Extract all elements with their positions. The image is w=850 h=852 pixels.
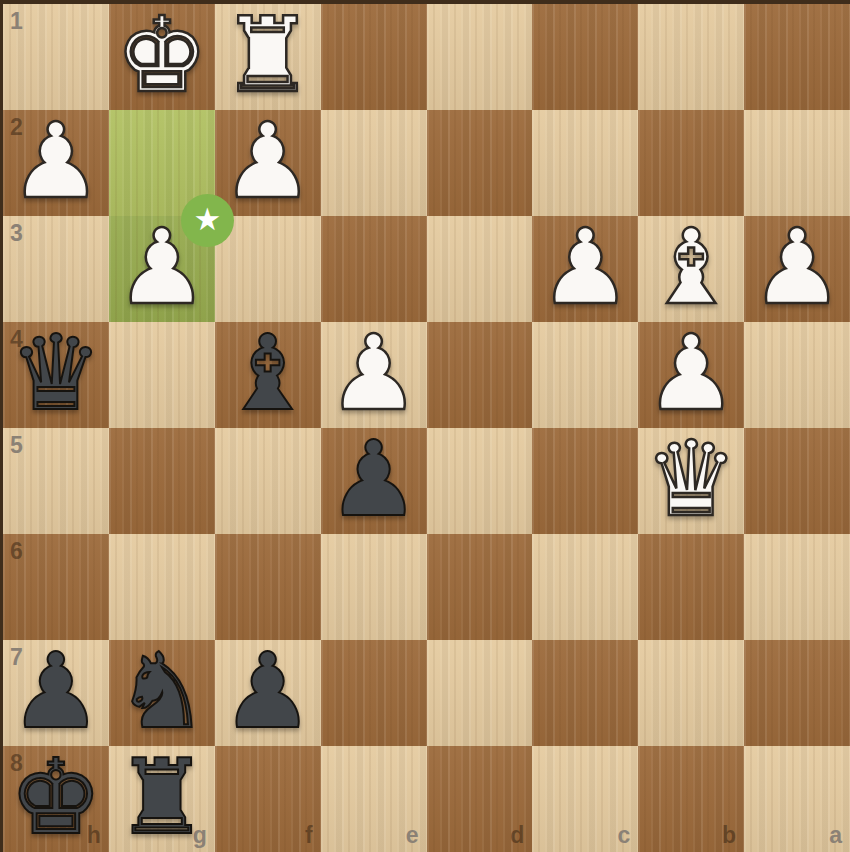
square-f4[interactable]: ♝ bbox=[215, 322, 321, 428]
square-f3[interactable] bbox=[215, 216, 321, 322]
square-c8[interactable]: c bbox=[532, 746, 638, 852]
file-label-e: e bbox=[406, 822, 419, 849]
square-e7[interactable] bbox=[321, 640, 427, 746]
file-label-d: d bbox=[510, 822, 524, 849]
square-d2[interactable] bbox=[427, 110, 533, 216]
square-h1[interactable]: 1 bbox=[3, 4, 109, 110]
black-king[interactable]: ♚ bbox=[9, 746, 102, 850]
square-g8[interactable]: g♜ bbox=[109, 746, 215, 852]
square-d7[interactable] bbox=[427, 640, 533, 746]
square-b8[interactable]: b bbox=[638, 746, 744, 852]
square-b1[interactable] bbox=[638, 4, 744, 110]
square-d6[interactable] bbox=[427, 534, 533, 640]
black-rook[interactable]: ♜ bbox=[115, 746, 208, 850]
square-e2[interactable] bbox=[321, 110, 427, 216]
chess-board[interactable]: ★ 1♚♜2♟♟3♟♟♝♟4♛♝♟♟5♟♛67♟♞♟8h♚g♜fedcba bbox=[0, 0, 850, 852]
square-e8[interactable]: e bbox=[321, 746, 427, 852]
square-g6[interactable] bbox=[109, 534, 215, 640]
file-label-a: a bbox=[829, 822, 842, 849]
square-d8[interactable]: d bbox=[427, 746, 533, 852]
white-king[interactable]: ♚ bbox=[115, 4, 208, 108]
square-f6[interactable] bbox=[215, 534, 321, 640]
white-pawn[interactable]: ♟ bbox=[750, 216, 843, 320]
square-f8[interactable]: f bbox=[215, 746, 321, 852]
square-a3[interactable]: ♟ bbox=[744, 216, 850, 322]
file-label-c: c bbox=[617, 822, 630, 849]
square-h4[interactable]: 4♛ bbox=[3, 322, 109, 428]
square-g4[interactable] bbox=[109, 322, 215, 428]
square-a4[interactable] bbox=[744, 322, 850, 428]
square-d4[interactable] bbox=[427, 322, 533, 428]
square-c5[interactable] bbox=[532, 428, 638, 534]
square-e4[interactable]: ♟ bbox=[321, 322, 427, 428]
black-pawn[interactable]: ♟ bbox=[9, 640, 102, 744]
white-pawn[interactable]: ♟ bbox=[539, 216, 632, 320]
square-h5[interactable]: 5 bbox=[3, 428, 109, 534]
square-g3[interactable]: ♟ bbox=[109, 216, 215, 322]
square-c6[interactable] bbox=[532, 534, 638, 640]
rank-label-5: 5 bbox=[10, 432, 23, 459]
square-a6[interactable] bbox=[744, 534, 850, 640]
square-c2[interactable] bbox=[532, 110, 638, 216]
white-pawn[interactable]: ♟ bbox=[221, 110, 314, 214]
square-f5[interactable] bbox=[215, 428, 321, 534]
square-b2[interactable] bbox=[638, 110, 744, 216]
square-g7[interactable]: ♞ bbox=[109, 640, 215, 746]
black-pawn[interactable]: ♟ bbox=[327, 428, 420, 532]
black-pawn[interactable]: ♟ bbox=[221, 640, 314, 744]
square-h6[interactable]: 6 bbox=[3, 534, 109, 640]
white-pawn[interactable]: ♟ bbox=[9, 110, 102, 214]
square-e1[interactable] bbox=[321, 4, 427, 110]
square-b6[interactable] bbox=[638, 534, 744, 640]
square-b4[interactable]: ♟ bbox=[638, 322, 744, 428]
file-label-f: f bbox=[305, 822, 313, 849]
square-h2[interactable]: 2♟ bbox=[3, 110, 109, 216]
white-bishop[interactable]: ♝ bbox=[645, 216, 738, 320]
white-rook[interactable]: ♜ bbox=[221, 4, 314, 108]
square-f1[interactable]: ♜ bbox=[215, 4, 321, 110]
square-e3[interactable] bbox=[321, 216, 427, 322]
square-b3[interactable]: ♝ bbox=[638, 216, 744, 322]
square-h7[interactable]: 7♟ bbox=[3, 640, 109, 746]
square-c4[interactable] bbox=[532, 322, 638, 428]
black-bishop[interactable]: ♝ bbox=[221, 322, 314, 426]
black-knight[interactable]: ♞ bbox=[115, 640, 208, 744]
square-a2[interactable] bbox=[744, 110, 850, 216]
square-d5[interactable] bbox=[427, 428, 533, 534]
black-queen[interactable]: ♛ bbox=[9, 322, 102, 426]
square-a5[interactable] bbox=[744, 428, 850, 534]
square-f2[interactable]: ♟ bbox=[215, 110, 321, 216]
square-a8[interactable]: a bbox=[744, 746, 850, 852]
white-queen[interactable]: ♛ bbox=[645, 428, 738, 532]
square-h8[interactable]: 8h♚ bbox=[3, 746, 109, 852]
square-b7[interactable] bbox=[638, 640, 744, 746]
square-c3[interactable]: ♟ bbox=[532, 216, 638, 322]
square-b5[interactable]: ♛ bbox=[638, 428, 744, 534]
square-c1[interactable] bbox=[532, 4, 638, 110]
rank-label-1: 1 bbox=[10, 8, 23, 35]
rank-label-3: 3 bbox=[10, 220, 23, 247]
square-g2[interactable] bbox=[109, 110, 215, 216]
square-e5[interactable]: ♟ bbox=[321, 428, 427, 534]
square-d1[interactable] bbox=[427, 4, 533, 110]
square-f7[interactable]: ♟ bbox=[215, 640, 321, 746]
square-g1[interactable]: ♚ bbox=[109, 4, 215, 110]
square-a7[interactable] bbox=[744, 640, 850, 746]
white-pawn[interactable]: ♟ bbox=[115, 216, 208, 320]
file-label-b: b bbox=[722, 822, 736, 849]
square-e6[interactable] bbox=[321, 534, 427, 640]
rank-label-6: 6 bbox=[10, 538, 23, 565]
square-a1[interactable] bbox=[744, 4, 850, 110]
square-d3[interactable] bbox=[427, 216, 533, 322]
square-g5[interactable] bbox=[109, 428, 215, 534]
white-pawn[interactable]: ♟ bbox=[327, 322, 420, 426]
square-h3[interactable]: 3 bbox=[3, 216, 109, 322]
square-c7[interactable] bbox=[532, 640, 638, 746]
white-pawn[interactable]: ♟ bbox=[645, 322, 738, 426]
